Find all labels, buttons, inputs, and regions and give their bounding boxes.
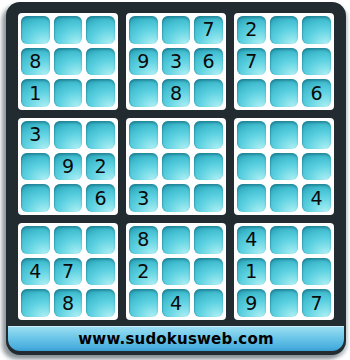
- cell-r4c3[interactable]: [86, 121, 115, 149]
- sudoku-plaque: 81793682763926344788244197 www.sudokuswe…: [6, 2, 346, 355]
- cell-r3c2[interactable]: [54, 79, 83, 107]
- box-r1c3: 276: [234, 13, 334, 110]
- cell-r6c9: 4: [302, 184, 331, 212]
- cell-r4c5[interactable]: [162, 121, 191, 149]
- box-r2c1: 3926: [18, 118, 118, 215]
- cell-r4c8[interactable]: [270, 121, 299, 149]
- cell-r8c2: 7: [54, 258, 83, 286]
- cell-r7c6[interactable]: [194, 226, 223, 254]
- cell-r8c3[interactable]: [86, 258, 115, 286]
- cell-r8c8[interactable]: [270, 258, 299, 286]
- cell-r4c7[interactable]: [237, 121, 266, 149]
- cell-r6c6[interactable]: [194, 184, 223, 212]
- cell-r2c1: 8: [21, 48, 50, 76]
- cell-r3c9: 6: [302, 79, 331, 107]
- cell-r5c2: 9: [54, 153, 83, 181]
- box-r3c1: 478: [18, 223, 118, 320]
- cell-r1c1[interactable]: [21, 16, 50, 44]
- cell-r4c6[interactable]: [194, 121, 223, 149]
- cell-r9c4[interactable]: [129, 289, 158, 317]
- cell-r6c8[interactable]: [270, 184, 299, 212]
- cell-r8c5[interactable]: [162, 258, 191, 286]
- cell-r1c9[interactable]: [302, 16, 331, 44]
- cell-r8c1: 4: [21, 258, 50, 286]
- cell-r5c7[interactable]: [237, 153, 266, 181]
- cell-r5c5[interactable]: [162, 153, 191, 181]
- cell-r2c8[interactable]: [270, 48, 299, 76]
- box-r2c2: 3: [126, 118, 226, 215]
- cell-r7c1[interactable]: [21, 226, 50, 254]
- cell-r9c5: 4: [162, 289, 191, 317]
- cell-r7c5[interactable]: [162, 226, 191, 254]
- cell-r2c7: 7: [237, 48, 266, 76]
- cell-r8c6[interactable]: [194, 258, 223, 286]
- cell-r8c9[interactable]: [302, 258, 331, 286]
- cell-r1c5[interactable]: [162, 16, 191, 44]
- cell-r6c3: 6: [86, 184, 115, 212]
- cell-r3c1: 1: [21, 79, 50, 107]
- cell-r1c3[interactable]: [86, 16, 115, 44]
- cell-r6c2[interactable]: [54, 184, 83, 212]
- cell-r4c9[interactable]: [302, 121, 331, 149]
- cell-r9c9: 7: [302, 289, 331, 317]
- site-url-link[interactable]: www.sudokusweb.com: [78, 330, 273, 348]
- cell-r2c2[interactable]: [54, 48, 83, 76]
- box-r2c3: 4: [234, 118, 334, 215]
- cell-r2c9[interactable]: [302, 48, 331, 76]
- cell-r9c3[interactable]: [86, 289, 115, 317]
- cell-r3c3[interactable]: [86, 79, 115, 107]
- cell-r2c4: 9: [129, 48, 158, 76]
- box-r3c2: 824: [126, 223, 226, 320]
- cell-r5c8[interactable]: [270, 153, 299, 181]
- cell-r1c7: 2: [237, 16, 266, 44]
- cell-r8c7: 1: [237, 258, 266, 286]
- cell-r8c4: 2: [129, 258, 158, 286]
- cell-r5c4[interactable]: [129, 153, 158, 181]
- cell-r4c4[interactable]: [129, 121, 158, 149]
- cell-r7c2[interactable]: [54, 226, 83, 254]
- footer-band: www.sudokusweb.com: [8, 326, 344, 351]
- cell-r3c6[interactable]: [194, 79, 223, 107]
- cell-r5c9[interactable]: [302, 153, 331, 181]
- cell-r2c5: 3: [162, 48, 191, 76]
- cell-r1c6: 7: [194, 16, 223, 44]
- cell-r6c5[interactable]: [162, 184, 191, 212]
- cell-r3c8[interactable]: [270, 79, 299, 107]
- cell-r6c1[interactable]: [21, 184, 50, 212]
- cell-r9c6[interactable]: [194, 289, 223, 317]
- cell-r7c9[interactable]: [302, 226, 331, 254]
- cell-r9c8[interactable]: [270, 289, 299, 317]
- cell-r5c6[interactable]: [194, 153, 223, 181]
- sudoku-board: 81793682763926344788244197: [6, 2, 346, 326]
- cell-r2c6: 6: [194, 48, 223, 76]
- cell-r1c4[interactable]: [129, 16, 158, 44]
- cell-r7c4: 8: [129, 226, 158, 254]
- cell-r9c1[interactable]: [21, 289, 50, 317]
- cell-r3c5: 8: [162, 79, 191, 107]
- cell-r9c2: 8: [54, 289, 83, 317]
- cell-r4c2[interactable]: [54, 121, 83, 149]
- cell-r7c3[interactable]: [86, 226, 115, 254]
- box-r1c1: 81: [18, 13, 118, 110]
- cell-r6c4: 3: [129, 184, 158, 212]
- cell-r1c2[interactable]: [54, 16, 83, 44]
- cell-r5c1[interactable]: [21, 153, 50, 181]
- sudoku-page: 81793682763926344788244197 www.sudokuswe…: [0, 0, 350, 360]
- cell-r3c7[interactable]: [237, 79, 266, 107]
- cell-r5c3: 2: [86, 153, 115, 181]
- cell-r7c7: 4: [237, 226, 266, 254]
- box-r3c3: 4197: [234, 223, 334, 320]
- box-r1c2: 79368: [126, 13, 226, 110]
- cell-r9c7: 9: [237, 289, 266, 317]
- cell-r2c3[interactable]: [86, 48, 115, 76]
- cell-r1c8[interactable]: [270, 16, 299, 44]
- cell-r7c8[interactable]: [270, 226, 299, 254]
- cell-r4c1: 3: [21, 121, 50, 149]
- cell-r6c7[interactable]: [237, 184, 266, 212]
- cell-r3c4[interactable]: [129, 79, 158, 107]
